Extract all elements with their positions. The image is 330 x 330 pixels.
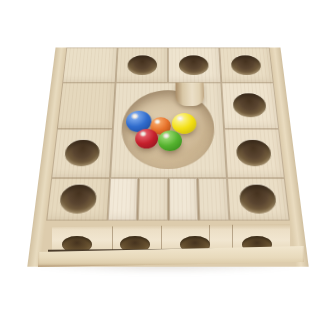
bowl-block [110, 83, 227, 179]
hole-block-r4c4 [226, 178, 289, 220]
slat-block-3 [169, 178, 199, 220]
front-seam [161, 224, 162, 252]
block-hole [230, 55, 261, 75]
slat-blocks [107, 178, 229, 220]
hole-block-r3c4 [224, 129, 285, 178]
block-hole [179, 55, 209, 75]
block-hole [127, 55, 157, 75]
block-hole [232, 93, 267, 117]
block-grid [46, 48, 290, 221]
hole-block-r1c3 [168, 48, 221, 83]
slat-block-1 [107, 178, 138, 220]
front-seam [209, 224, 210, 252]
hole-block-r1c4 [219, 48, 274, 83]
hole-block-r2c4 [221, 83, 279, 129]
marble-green [157, 130, 181, 151]
marble-chute [175, 83, 204, 106]
plain-block-r1c1 [62, 48, 117, 83]
marble-red [135, 128, 158, 148]
slat-block-4 [198, 178, 229, 220]
block-hole [59, 185, 97, 214]
plain-block-r2c1 [57, 83, 115, 129]
product-photo [0, 0, 330, 330]
front-seam [112, 224, 113, 252]
block-hole [64, 140, 101, 166]
slat-block-2 [138, 178, 168, 220]
block-hole [239, 185, 277, 214]
hole-block-r4c1 [46, 178, 109, 220]
hole-block-r1c2 [115, 48, 168, 83]
block-hole [235, 140, 272, 166]
marble-yellow [172, 113, 197, 134]
hole-block-r3c1 [51, 129, 112, 178]
